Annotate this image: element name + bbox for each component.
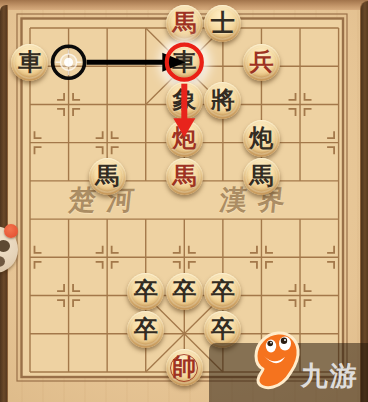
piece-red-cannon[interactable]: 炮	[166, 120, 203, 157]
piece-black-chariot[interactable]: 車	[11, 44, 48, 81]
piece-char: 車	[172, 50, 196, 74]
piece-red-horse[interactable]: 馬	[166, 158, 203, 195]
board-frame-left	[0, 5, 8, 402]
avatar-detail	[0, 240, 10, 252]
piece-black-soldier[interactable]: 卒	[127, 273, 164, 310]
piece-char: 馬	[249, 164, 273, 188]
piece-char: 將	[211, 88, 235, 112]
piece-char: 馬	[95, 164, 119, 188]
piece-char: 士	[211, 11, 235, 35]
jiuyou-mascot-icon	[251, 330, 301, 390]
piece-char: 馬	[172, 11, 196, 35]
piece-black-horse[interactable]: 馬	[243, 158, 280, 195]
notification-dot	[4, 224, 18, 238]
piece-char: 炮	[249, 126, 273, 150]
piece-red-soldier[interactable]: 兵	[243, 44, 280, 81]
xiangqi-app: 楚河 漢界 馬士車車兵象將炮炮馬馬馬卒卒卒卒卒帥 九游	[0, 0, 368, 402]
piece-grid: 馬士車車兵象將炮炮馬馬馬卒卒卒卒卒帥	[11, 9, 358, 391]
piece-black-soldier[interactable]: 卒	[166, 273, 203, 310]
piece-black-general[interactable]: 將	[204, 82, 241, 119]
watermark-jiuyou: 九游	[209, 343, 368, 402]
piece-black-cannon[interactable]: 炮	[243, 120, 280, 157]
board-frame-right	[360, 1, 368, 402]
piece-black-chariot[interactable]: 車	[166, 44, 203, 81]
piece-black-horse[interactable]: 馬	[89, 158, 126, 195]
piece-black-elephant[interactable]: 象	[166, 82, 203, 119]
piece-char: 卒	[211, 317, 235, 341]
piece-char: 車	[18, 50, 42, 74]
piece-char: 馬	[172, 164, 196, 188]
piece-char: 卒	[134, 317, 158, 341]
piece-red-general[interactable]: 帥	[166, 349, 203, 386]
piece-black-soldier[interactable]: 卒	[204, 273, 241, 310]
piece-black-soldier[interactable]: 卒	[127, 311, 164, 348]
watermark-text: 九游	[301, 358, 359, 394]
piece-char: 卒	[172, 279, 196, 303]
piece-red-horse[interactable]: 馬	[166, 5, 203, 42]
piece-char: 帥	[172, 355, 196, 379]
piece-char: 卒	[134, 279, 158, 303]
piece-char: 象	[172, 88, 196, 112]
piece-char: 炮	[172, 126, 196, 150]
piece-black-advisor[interactable]: 士	[204, 5, 241, 42]
avatar-detail	[0, 256, 5, 267]
piece-char: 兵	[249, 50, 273, 74]
piece-char: 卒	[211, 279, 235, 303]
